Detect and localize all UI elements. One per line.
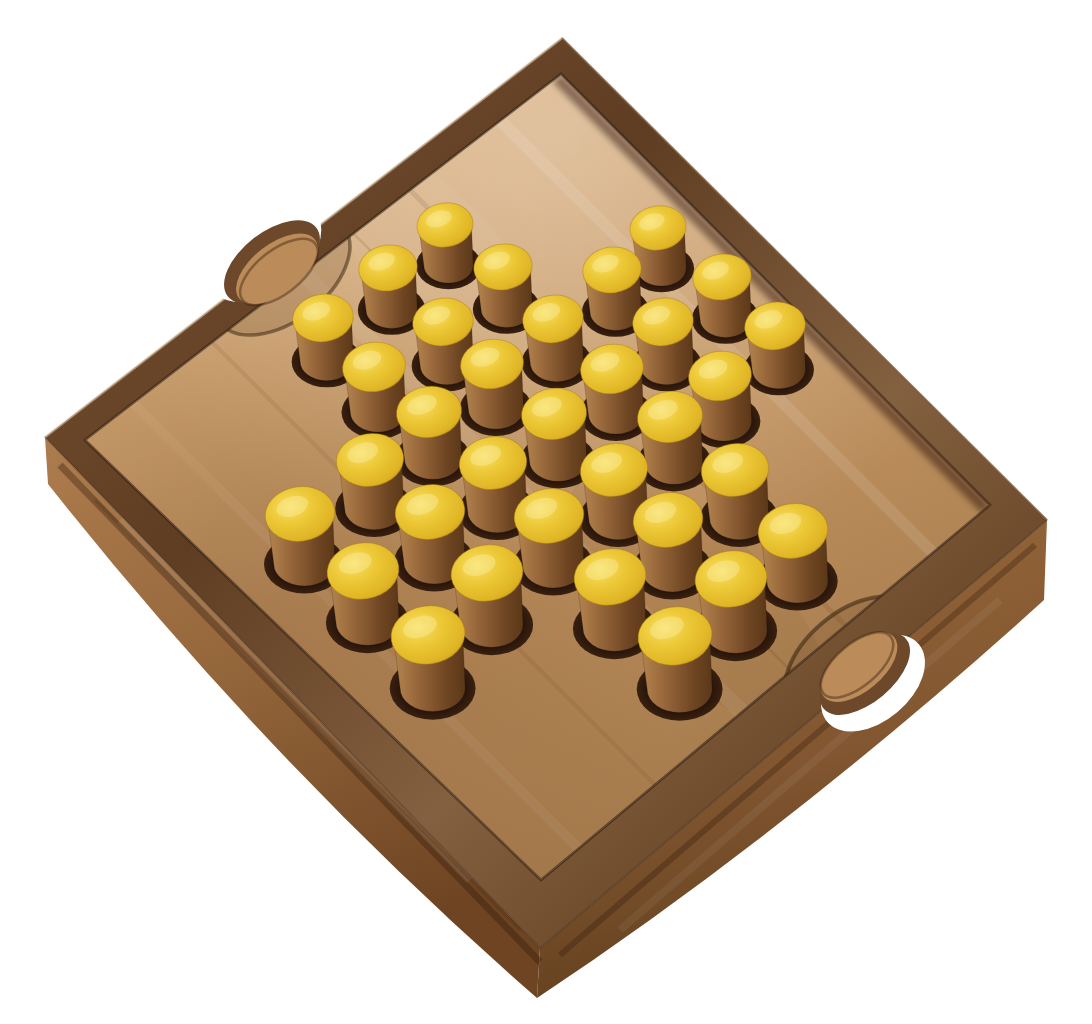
- solitaire-box: [0, 0, 1092, 1024]
- product-photo: [0, 0, 1092, 1024]
